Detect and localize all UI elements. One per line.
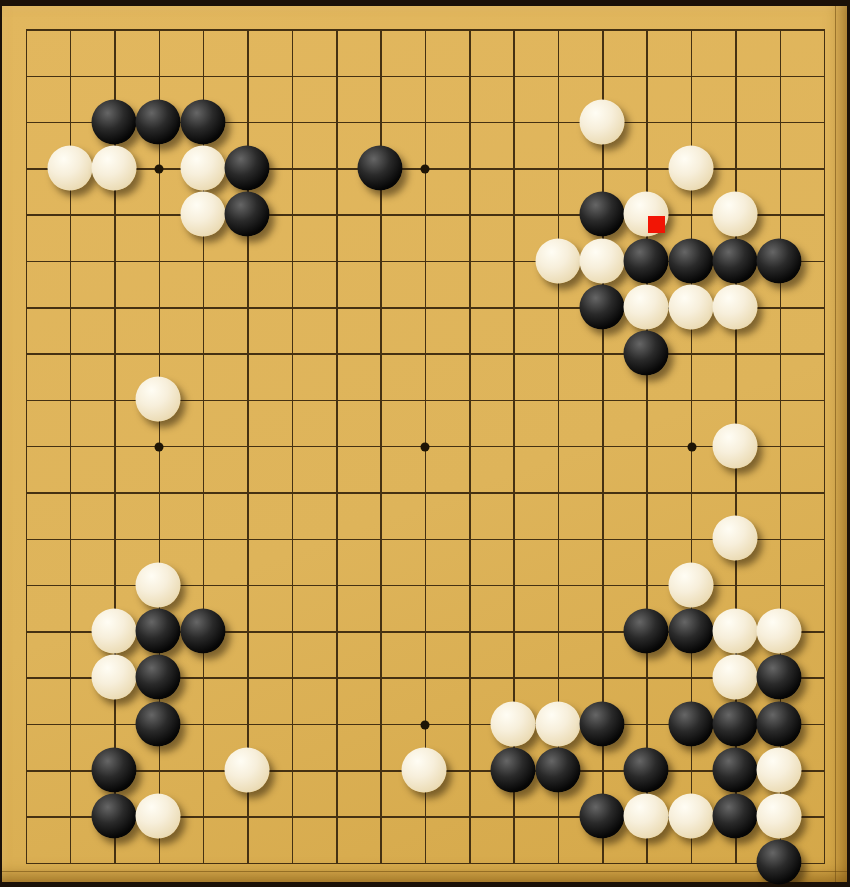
star-point — [155, 442, 164, 451]
black-stone[interactable] — [358, 145, 403, 190]
black-stone[interactable] — [579, 284, 624, 329]
white-stone[interactable] — [180, 192, 225, 237]
grid-line-vertical — [469, 29, 471, 864]
black-stone[interactable] — [668, 701, 713, 746]
white-stone[interactable] — [668, 145, 713, 190]
black-stone[interactable] — [92, 99, 137, 144]
white-stone[interactable] — [712, 284, 757, 329]
white-stone[interactable] — [757, 747, 802, 792]
star-point — [687, 442, 696, 451]
black-stone[interactable] — [136, 701, 181, 746]
star-point — [421, 442, 430, 451]
grid-line-vertical — [824, 29, 826, 864]
black-stone[interactable] — [624, 608, 669, 653]
black-stone[interactable] — [225, 192, 270, 237]
black-stone[interactable] — [712, 747, 757, 792]
white-stone[interactable] — [712, 192, 757, 237]
white-stone[interactable] — [712, 423, 757, 468]
black-stone[interactable] — [757, 840, 802, 885]
white-stone[interactable] — [712, 608, 757, 653]
white-stone[interactable] — [136, 377, 181, 422]
black-stone[interactable] — [180, 99, 225, 144]
black-stone[interactable] — [225, 145, 270, 190]
white-stone[interactable] — [136, 794, 181, 839]
black-stone[interactable] — [757, 701, 802, 746]
white-stone[interactable] — [180, 145, 225, 190]
black-stone[interactable] — [92, 747, 137, 792]
black-stone[interactable] — [136, 99, 181, 144]
black-stone[interactable] — [624, 238, 669, 283]
white-stone[interactable] — [712, 655, 757, 700]
white-stone[interactable] — [92, 145, 137, 190]
white-stone[interactable] — [136, 562, 181, 607]
grid-line-vertical — [646, 29, 648, 864]
white-stone[interactable] — [712, 516, 757, 561]
white-stone[interactable] — [624, 794, 669, 839]
board-edge-bevel-bottom — [2, 871, 847, 872]
black-stone[interactable] — [624, 331, 669, 376]
go-board[interactable] — [2, 6, 847, 882]
black-stone[interactable] — [712, 701, 757, 746]
white-stone[interactable] — [624, 284, 669, 329]
white-stone[interactable] — [668, 794, 713, 839]
star-point — [155, 164, 164, 173]
grid-line-horizontal — [26, 539, 826, 541]
go-game-screen — [0, 0, 850, 887]
black-stone[interactable] — [180, 608, 225, 653]
grid-line-horizontal — [26, 492, 826, 494]
white-stone[interactable] — [757, 608, 802, 653]
black-stone[interactable] — [92, 794, 137, 839]
last-move-marker — [648, 216, 665, 233]
white-stone[interactable] — [535, 701, 580, 746]
black-stone[interactable] — [668, 238, 713, 283]
black-stone[interactable] — [579, 794, 624, 839]
white-stone[interactable] — [92, 608, 137, 653]
black-stone[interactable] — [624, 747, 669, 792]
white-stone[interactable] — [225, 747, 270, 792]
grid-line-horizontal — [26, 863, 826, 865]
white-stone[interactable] — [47, 145, 92, 190]
black-stone[interactable] — [136, 655, 181, 700]
white-stone[interactable] — [491, 701, 536, 746]
black-stone[interactable] — [579, 701, 624, 746]
white-stone[interactable] — [668, 562, 713, 607]
white-stone[interactable] — [402, 747, 447, 792]
white-stone[interactable] — [579, 238, 624, 283]
white-stone[interactable] — [92, 655, 137, 700]
star-point — [421, 164, 430, 173]
white-stone[interactable] — [668, 284, 713, 329]
black-stone[interactable] — [712, 794, 757, 839]
black-stone[interactable] — [668, 608, 713, 653]
black-stone[interactable] — [757, 655, 802, 700]
black-stone[interactable] — [757, 238, 802, 283]
black-stone[interactable] — [579, 192, 624, 237]
board-edge-bevel-right — [835, 6, 836, 882]
white-stone[interactable] — [535, 238, 580, 283]
black-stone[interactable] — [491, 747, 536, 792]
black-stone[interactable] — [712, 238, 757, 283]
black-stone[interactable] — [535, 747, 580, 792]
black-stone[interactable] — [136, 608, 181, 653]
white-stone[interactable] — [579, 99, 624, 144]
white-stone[interactable] — [757, 794, 802, 839]
star-point — [421, 720, 430, 729]
